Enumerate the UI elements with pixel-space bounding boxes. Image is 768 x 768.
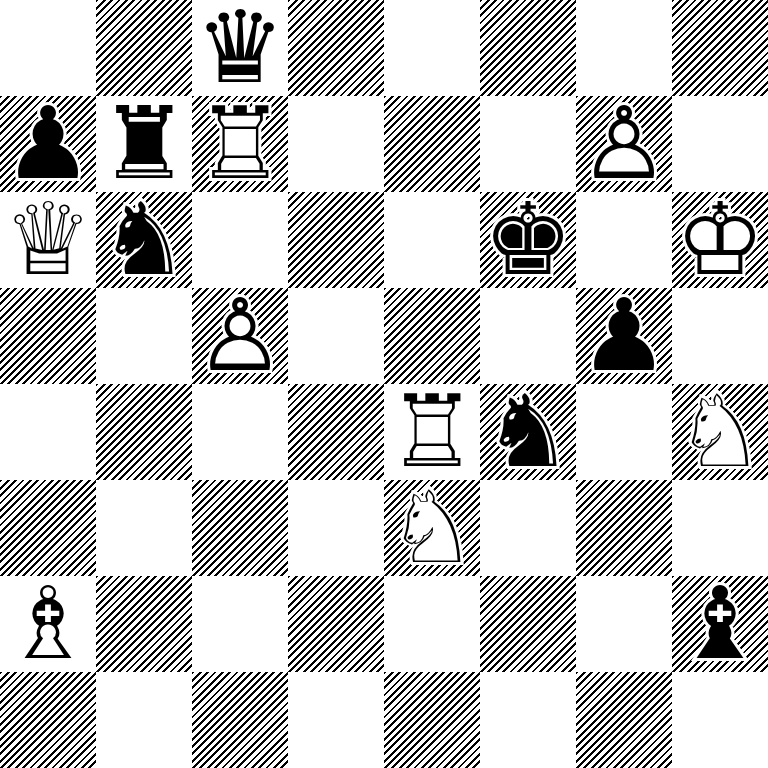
black-rook-icon: ♜ [96, 96, 192, 192]
square-h7[interactable] [672, 96, 768, 192]
chess-board: ♛♛♟♟♜♜♜♖♟♙♛♕♞♞♚♚♚♔♟♙♟♟♜♖♞♞♞♘♞♘♝♗♝♝ [0, 0, 768, 768]
black-king-halo: ♚ [480, 192, 576, 288]
black-pawn-icon: ♟ [0, 96, 96, 192]
white-queen-halo: ♛ [0, 192, 96, 288]
black-queen-icon: ♛ [192, 0, 288, 96]
white-knight-icon: ♘ [672, 384, 768, 480]
square-f6[interactable]: ♚♚ [480, 192, 576, 288]
square-e2[interactable] [384, 576, 480, 672]
black-knight-halo: ♞ [96, 192, 192, 288]
square-h1[interactable] [672, 672, 768, 768]
black-pawn-icon: ♟ [576, 288, 672, 384]
square-h3[interactable] [672, 480, 768, 576]
square-b8[interactable] [96, 0, 192, 96]
square-a4[interactable] [0, 384, 96, 480]
black-pawn-halo: ♟ [576, 288, 672, 384]
white-rook-icon: ♖ [192, 96, 288, 192]
square-d6[interactable] [288, 192, 384, 288]
black-bishop-halo: ♝ [672, 576, 768, 672]
square-e6[interactable] [384, 192, 480, 288]
square-g8[interactable] [576, 0, 672, 96]
square-d4[interactable] [288, 384, 384, 480]
white-queen-icon: ♕ [0, 192, 96, 288]
black-knight-icon: ♞ [96, 192, 192, 288]
white-rook-halo: ♜ [384, 384, 480, 480]
square-e3[interactable]: ♞♘ [384, 480, 480, 576]
white-pawn-halo: ♟ [576, 96, 672, 192]
square-c5[interactable]: ♟♙ [192, 288, 288, 384]
square-c3[interactable] [192, 480, 288, 576]
white-pawn-halo: ♟ [192, 288, 288, 384]
square-d1[interactable] [288, 672, 384, 768]
square-g5[interactable]: ♟♟ [576, 288, 672, 384]
white-king-icon: ♔ [672, 192, 768, 288]
black-king-icon: ♚ [480, 192, 576, 288]
square-f8[interactable] [480, 0, 576, 96]
black-queen-halo: ♛ [192, 0, 288, 96]
white-rook-halo: ♜ [192, 96, 288, 192]
white-pawn-icon: ♙ [192, 288, 288, 384]
square-a1[interactable] [0, 672, 96, 768]
square-d7[interactable] [288, 96, 384, 192]
square-b4[interactable] [96, 384, 192, 480]
square-c1[interactable] [192, 672, 288, 768]
square-h5[interactable] [672, 288, 768, 384]
square-f7[interactable] [480, 96, 576, 192]
square-g7[interactable]: ♟♙ [576, 96, 672, 192]
square-e7[interactable] [384, 96, 480, 192]
white-knight-halo: ♞ [384, 480, 480, 576]
square-c8[interactable]: ♛♛ [192, 0, 288, 96]
square-h4[interactable]: ♞♘ [672, 384, 768, 480]
square-e4[interactable]: ♜♖ [384, 384, 480, 480]
square-a5[interactable] [0, 288, 96, 384]
square-c4[interactable] [192, 384, 288, 480]
square-a3[interactable] [0, 480, 96, 576]
square-g2[interactable] [576, 576, 672, 672]
square-d8[interactable] [288, 0, 384, 96]
square-e1[interactable] [384, 672, 480, 768]
square-c2[interactable] [192, 576, 288, 672]
square-g1[interactable] [576, 672, 672, 768]
square-g4[interactable] [576, 384, 672, 480]
square-e5[interactable] [384, 288, 480, 384]
square-c7[interactable]: ♜♖ [192, 96, 288, 192]
black-rook-halo: ♜ [96, 96, 192, 192]
square-h6[interactable]: ♚♔ [672, 192, 768, 288]
white-bishop-halo: ♝ [0, 576, 96, 672]
square-d5[interactable] [288, 288, 384, 384]
black-bishop-icon: ♝ [672, 576, 768, 672]
white-knight-icon: ♘ [384, 480, 480, 576]
square-b5[interactable] [96, 288, 192, 384]
square-f1[interactable] [480, 672, 576, 768]
square-h2[interactable]: ♝♝ [672, 576, 768, 672]
square-e8[interactable] [384, 0, 480, 96]
square-d2[interactable] [288, 576, 384, 672]
square-h8[interactable] [672, 0, 768, 96]
square-b3[interactable] [96, 480, 192, 576]
square-g6[interactable] [576, 192, 672, 288]
square-a7[interactable]: ♟♟ [0, 96, 96, 192]
black-knight-icon: ♞ [480, 384, 576, 480]
square-b7[interactable]: ♜♜ [96, 96, 192, 192]
square-c6[interactable] [192, 192, 288, 288]
white-pawn-icon: ♙ [576, 96, 672, 192]
white-rook-icon: ♖ [384, 384, 480, 480]
white-bishop-icon: ♗ [0, 576, 96, 672]
black-pawn-halo: ♟ [0, 96, 96, 192]
white-knight-halo: ♞ [672, 384, 768, 480]
square-a2[interactable]: ♝♗ [0, 576, 96, 672]
square-b1[interactable] [96, 672, 192, 768]
square-g3[interactable] [576, 480, 672, 576]
square-b6[interactable]: ♞♞ [96, 192, 192, 288]
square-f2[interactable] [480, 576, 576, 672]
square-a6[interactable]: ♛♕ [0, 192, 96, 288]
square-b2[interactable] [96, 576, 192, 672]
black-knight-halo: ♞ [480, 384, 576, 480]
square-a8[interactable] [0, 0, 96, 96]
square-f4[interactable]: ♞♞ [480, 384, 576, 480]
square-f3[interactable] [480, 480, 576, 576]
square-f5[interactable] [480, 288, 576, 384]
white-king-halo: ♚ [672, 192, 768, 288]
square-d3[interactable] [288, 480, 384, 576]
